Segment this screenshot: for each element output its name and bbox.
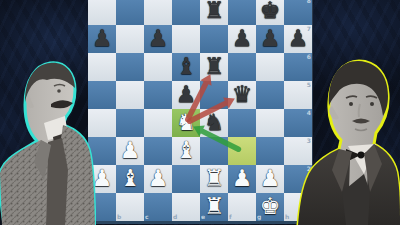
left-collar bbox=[44, 116, 68, 140]
piece-black-rook-e6: ♜ bbox=[200, 53, 228, 81]
chess-board: 8765432abcdefgh1 ♜♚♟♟♟♟♟♝♜♟♛♞♞♝♟♟♝♟♜♟♟♜♚ bbox=[88, 0, 312, 225]
piece-white-knight-d4: ♞ bbox=[172, 109, 200, 137]
piece-white-bishop-b2: ♝ bbox=[116, 165, 144, 193]
left-vest bbox=[46, 138, 68, 225]
right-eye-left bbox=[349, 102, 353, 106]
right-hair bbox=[329, 61, 388, 116]
left-ear bbox=[26, 95, 34, 108]
right-lapel-right bbox=[364, 144, 382, 192]
piece-white-pawn-f2: ♟ bbox=[228, 165, 256, 193]
piece-white-pawn-g2: ♟ bbox=[256, 165, 284, 193]
left-eye bbox=[57, 89, 61, 93]
piece-black-bishop-d6: ♝ bbox=[172, 53, 200, 81]
piece-black-pawn-h7: ♟ bbox=[284, 25, 312, 53]
piece-black-pawn-g7: ♟ bbox=[256, 25, 284, 53]
piece-white-pawn-b3: ♟ bbox=[116, 137, 144, 165]
right-ear bbox=[329, 106, 339, 120]
left-silhouette bbox=[0, 63, 95, 225]
thumbnail-scene: 8765432abcdefgh1 ♜♚♟♟♟♟♟♝♜♟♛♞♞♝♟♟♝♟♜♟♟♜♚ bbox=[0, 0, 400, 225]
left-jacket bbox=[0, 140, 48, 225]
right-mouth bbox=[355, 129, 367, 131]
right-bowtie bbox=[346, 147, 376, 162]
left-player-cutout bbox=[0, 63, 95, 225]
right-brows bbox=[346, 96, 377, 98]
right-shirt bbox=[348, 144, 376, 174]
piece-black-knight-e4: ♞ bbox=[200, 109, 228, 137]
right-lapel-left bbox=[332, 149, 352, 192]
piece-black-queen-f5: ♛ bbox=[228, 81, 256, 109]
right-eye-right bbox=[370, 102, 374, 106]
piece-black-pawn-d5: ♟ bbox=[172, 81, 200, 109]
left-lapel bbox=[34, 140, 51, 180]
left-hair bbox=[25, 63, 75, 102]
right-coat-right bbox=[366, 144, 400, 225]
piece-black-pawn-c7: ♟ bbox=[144, 25, 172, 53]
left-player-portrait bbox=[0, 50, 96, 225]
board-pieces: ♜♚♟♟♟♟♟♝♜♟♛♞♞♝♟♟♝♟♜♟♟♜♚ bbox=[88, 0, 312, 221]
right-nose-shadow bbox=[359, 104, 360, 117]
left-brow bbox=[54, 85, 65, 87]
right-silhouette bbox=[298, 61, 400, 225]
piece-black-king-g8: ♚ bbox=[256, 0, 284, 25]
right-mustache bbox=[352, 119, 370, 124]
piece-white-pawn-c2: ♟ bbox=[144, 165, 172, 193]
right-coat-center bbox=[342, 174, 370, 225]
right-bowtie-knot bbox=[358, 152, 365, 159]
piece-white-rook-e1: ♜ bbox=[200, 193, 228, 221]
piece-black-pawn-a7: ♟ bbox=[88, 25, 116, 53]
piece-white-bishop-d3: ♝ bbox=[172, 137, 200, 165]
piece-black-pawn-f7: ♟ bbox=[228, 25, 256, 53]
piece-white-pawn-a2: ♟ bbox=[88, 165, 116, 193]
piece-black-rook-e8: ♜ bbox=[200, 0, 228, 25]
left-tie bbox=[53, 134, 67, 157]
right-player-cutout bbox=[298, 61, 400, 225]
left-mustache bbox=[51, 100, 73, 108]
piece-white-king-g1: ♚ bbox=[256, 193, 284, 221]
piece-white-rook-e2: ♜ bbox=[200, 165, 228, 193]
